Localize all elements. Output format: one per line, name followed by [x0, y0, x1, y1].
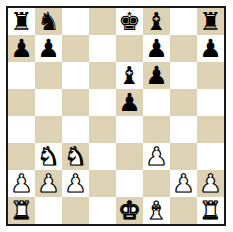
piece-black-pawn: ♟ — [10, 35, 32, 62]
square-f7[interactable]: ♟ — [143, 35, 170, 62]
square-e3[interactable] — [116, 143, 143, 170]
square-a2[interactable]: ♟ — [8, 170, 35, 197]
square-b2[interactable]: ♟ — [35, 170, 62, 197]
square-g7[interactable] — [170, 35, 197, 62]
square-d5[interactable] — [89, 89, 116, 116]
square-a5[interactable] — [8, 89, 35, 116]
square-a1[interactable]: ♜ — [8, 197, 35, 224]
square-c2[interactable]: ♟ — [62, 170, 89, 197]
square-b6[interactable] — [35, 62, 62, 89]
square-h8[interactable]: ♜ — [197, 8, 224, 35]
square-d7[interactable] — [89, 35, 116, 62]
square-a7[interactable]: ♟ — [8, 35, 35, 62]
piece-white-bishop: ♝ — [145, 197, 167, 224]
square-c1[interactable] — [62, 197, 89, 224]
square-c5[interactable] — [62, 89, 89, 116]
square-e8[interactable]: ♚ — [116, 8, 143, 35]
square-f1[interactable]: ♝ — [143, 197, 170, 224]
piece-white-pawn: ♟ — [64, 170, 86, 197]
square-e4[interactable] — [116, 116, 143, 143]
square-f5[interactable] — [143, 89, 170, 116]
square-f6[interactable]: ♟ — [143, 62, 170, 89]
piece-white-pawn: ♟ — [37, 170, 59, 197]
square-b8[interactable]: ♞ — [35, 8, 62, 35]
piece-black-king: ♚ — [118, 8, 140, 35]
square-c3[interactable]: ♞ — [62, 143, 89, 170]
piece-black-knight: ♞ — [37, 8, 59, 35]
square-h5[interactable] — [197, 89, 224, 116]
square-d1[interactable] — [89, 197, 116, 224]
piece-white-pawn: ♟ — [10, 170, 32, 197]
square-d4[interactable] — [89, 116, 116, 143]
square-b3[interactable]: ♞ — [35, 143, 62, 170]
board-frame: ♜♞♚♝♜♟♟♟♟♝♟♟♞♞♟♟♟♟♟♟♜♚♝♜ — [6, 6, 226, 226]
piece-white-pawn: ♟ — [145, 143, 167, 170]
square-b1[interactable] — [35, 197, 62, 224]
piece-black-pawn: ♟ — [199, 35, 221, 62]
square-h2[interactable]: ♟ — [197, 170, 224, 197]
chess-diagram: ♜♞♚♝♜♟♟♟♟♝♟♟♞♞♟♟♟♟♟♟♜♚♝♜ — [0, 0, 233, 232]
square-d8[interactable] — [89, 8, 116, 35]
piece-black-bishop: ♝ — [145, 8, 167, 35]
square-d6[interactable] — [89, 62, 116, 89]
piece-white-pawn: ♟ — [172, 170, 194, 197]
square-h1[interactable]: ♜ — [197, 197, 224, 224]
piece-black-pawn: ♟ — [118, 89, 140, 116]
square-f2[interactable] — [143, 170, 170, 197]
square-c6[interactable] — [62, 62, 89, 89]
square-g6[interactable] — [170, 62, 197, 89]
square-g1[interactable] — [170, 197, 197, 224]
square-d2[interactable] — [89, 170, 116, 197]
square-h3[interactable] — [197, 143, 224, 170]
square-g3[interactable] — [170, 143, 197, 170]
piece-black-rook: ♜ — [10, 8, 32, 35]
square-b5[interactable] — [35, 89, 62, 116]
piece-black-pawn: ♟ — [145, 35, 167, 62]
piece-black-pawn: ♟ — [145, 62, 167, 89]
square-e5[interactable]: ♟ — [116, 89, 143, 116]
square-c7[interactable] — [62, 35, 89, 62]
piece-white-pawn: ♟ — [199, 170, 221, 197]
square-e7[interactable] — [116, 35, 143, 62]
square-h7[interactable]: ♟ — [197, 35, 224, 62]
chess-board: ♜♞♚♝♜♟♟♟♟♝♟♟♞♞♟♟♟♟♟♟♜♚♝♜ — [8, 8, 224, 224]
square-b7[interactable]: ♟ — [35, 35, 62, 62]
square-c4[interactable] — [62, 116, 89, 143]
square-a3[interactable] — [8, 143, 35, 170]
square-d3[interactable] — [89, 143, 116, 170]
square-f4[interactable] — [143, 116, 170, 143]
square-g4[interactable] — [170, 116, 197, 143]
square-h4[interactable] — [197, 116, 224, 143]
piece-black-pawn: ♟ — [37, 35, 59, 62]
piece-white-rook: ♜ — [10, 197, 32, 224]
square-f3[interactable]: ♟ — [143, 143, 170, 170]
piece-black-rook: ♜ — [199, 8, 221, 35]
square-b4[interactable] — [35, 116, 62, 143]
square-e2[interactable] — [116, 170, 143, 197]
piece-black-bishop: ♝ — [118, 62, 140, 89]
square-e6[interactable]: ♝ — [116, 62, 143, 89]
square-a8[interactable]: ♜ — [8, 8, 35, 35]
square-e1[interactable]: ♚ — [116, 197, 143, 224]
square-f8[interactable]: ♝ — [143, 8, 170, 35]
square-a6[interactable] — [8, 62, 35, 89]
piece-white-king: ♚ — [118, 197, 140, 224]
square-g2[interactable]: ♟ — [170, 170, 197, 197]
square-g5[interactable] — [170, 89, 197, 116]
square-g8[interactable] — [170, 8, 197, 35]
piece-white-knight: ♞ — [37, 143, 59, 170]
square-a4[interactable] — [8, 116, 35, 143]
square-h6[interactable] — [197, 62, 224, 89]
piece-white-knight: ♞ — [64, 143, 86, 170]
piece-white-rook: ♜ — [199, 197, 221, 224]
square-c8[interactable] — [62, 8, 89, 35]
